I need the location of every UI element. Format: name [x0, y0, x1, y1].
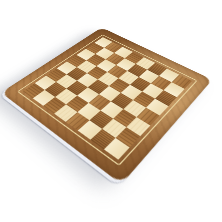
playing-field	[23, 37, 192, 159]
product-photo-background: { "game": "chess", "position": "8/8/8/8/…	[0, 0, 222, 222]
chess-board-photo	[34, 11, 184, 161]
chess-board	[1, 27, 212, 184]
